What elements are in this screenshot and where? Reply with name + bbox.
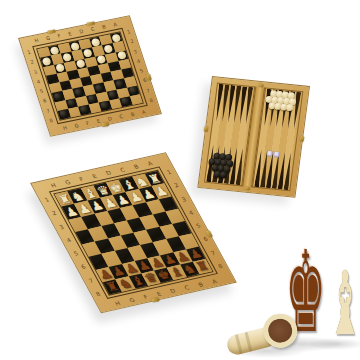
- rank-label: 3: [180, 195, 187, 202]
- rank-label: 2: [173, 182, 180, 189]
- file-label: F: [78, 175, 85, 182]
- brass-latch: [151, 297, 160, 302]
- brass-latch: [101, 122, 109, 127]
- rank-label: 4: [65, 236, 72, 243]
- brass-latch: [204, 126, 209, 131]
- file-label: B: [197, 280, 204, 287]
- chess-grid: ♜♞♝♛♚♝♞♜♟♟♟♟♟♟♟♟♟♟♟♟♟♟♟♟♜♞♝♛♚♝♞♜: [53, 170, 213, 296]
- file-label: D: [168, 287, 176, 294]
- black-checker: [219, 171, 227, 179]
- rank-label: 7: [45, 107, 50, 113]
- checkers-grid: [36, 31, 144, 120]
- rank-label: 4: [136, 58, 141, 64]
- file-label: E: [91, 172, 98, 179]
- file-label: C: [119, 113, 124, 119]
- file-label: D: [104, 169, 112, 176]
- die: [267, 151, 273, 156]
- backgammon-point: [214, 84, 224, 122]
- rank-label: 7: [87, 277, 94, 284]
- cream-checker: [285, 104, 293, 112]
- file-label: G: [74, 122, 80, 128]
- rank-label: 3: [33, 68, 38, 74]
- rank-label: 1: [43, 196, 50, 203]
- rank-label: 4: [36, 78, 41, 84]
- backgammon-point: [283, 152, 293, 190]
- file-label: E: [67, 30, 72, 36]
- file-label: G: [128, 296, 136, 303]
- rank-label: 8: [149, 97, 154, 103]
- rank-label: 6: [42, 98, 47, 104]
- file-label: C: [118, 165, 125, 172]
- file-label: A: [113, 21, 118, 27]
- rank-label: 5: [39, 88, 44, 94]
- checkers-board: HGFEDCBA HGFEDCBA 12345678 12345678: [18, 15, 162, 137]
- file-label: F: [57, 33, 62, 39]
- brass-latch: [146, 74, 152, 81]
- file-label: B: [132, 162, 139, 169]
- file-label: C: [183, 283, 190, 290]
- rank-label: 3: [133, 48, 138, 54]
- file-label: D: [107, 115, 113, 121]
- brass-hinge: [245, 187, 250, 190]
- rank-label: 2: [50, 210, 57, 217]
- rank-label: 2: [130, 38, 135, 44]
- rank-label: 1: [26, 49, 31, 55]
- product-photo: HGFEDCBA HGFEDCBA 12345678 12345678 ♜♞♝♛…: [0, 0, 360, 360]
- rank-label: 5: [72, 250, 79, 257]
- brass-hinge: [258, 84, 263, 87]
- backgammon-board: [197, 76, 310, 198]
- file-label: A: [210, 277, 217, 284]
- file-label: A: [146, 159, 153, 166]
- file-label: H: [113, 299, 121, 306]
- board-square: [129, 94, 142, 105]
- dice: [267, 141, 283, 161]
- points-row: [214, 84, 253, 125]
- cream-bishop-piece: ♝: [327, 260, 359, 348]
- rank-label: 4: [187, 209, 194, 216]
- black-checker-pile: [206, 152, 247, 186]
- die: [274, 152, 280, 157]
- file-label: B: [101, 23, 106, 29]
- rank-label: 7: [209, 249, 216, 256]
- file-label: F: [85, 120, 90, 126]
- file-label: H: [49, 181, 57, 188]
- rank-label: 2: [30, 59, 35, 65]
- file-label: E: [155, 290, 162, 297]
- file-label: G: [63, 178, 71, 185]
- rank-label: 1: [126, 29, 131, 35]
- board-inlay: ♜♞♝♛♚♝♞♜♟♟♟♟♟♟♟♟♟♟♟♟♟♟♟♟♜♞♝♛♚♝♞♜: [49, 167, 218, 299]
- file-label: D: [78, 28, 84, 34]
- rank-label: 6: [80, 263, 87, 270]
- file-label: C: [90, 26, 95, 32]
- rank-label: 5: [139, 68, 144, 74]
- rank-label: 8: [94, 290, 101, 297]
- rank-label: 3: [58, 223, 65, 230]
- file-label: H: [62, 124, 68, 130]
- rank-label: 1: [165, 168, 172, 175]
- file-label: G: [45, 35, 51, 41]
- file-label: B: [130, 111, 135, 117]
- rank-label: 7: [145, 87, 150, 93]
- rank-label: 8: [217, 262, 224, 269]
- rank-label: 8: [49, 117, 54, 123]
- white-checker-pile: [263, 90, 303, 120]
- brass-latch: [300, 136, 305, 141]
- rank-label: 5: [195, 222, 202, 229]
- file-label: F: [142, 293, 149, 300]
- file-label: A: [141, 108, 146, 114]
- file-label: H: [34, 37, 40, 43]
